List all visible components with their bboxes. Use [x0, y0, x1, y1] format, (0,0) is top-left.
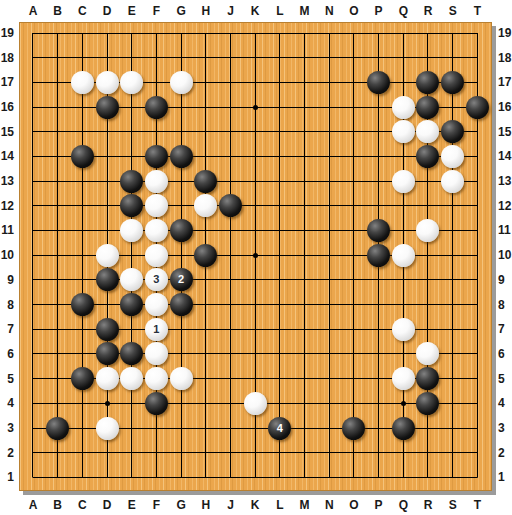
intersection-F11[interactable]: [144, 218, 169, 243]
intersection-T11[interactable]: [465, 218, 490, 243]
intersection-T19[interactable]: [465, 21, 490, 46]
intersection-N16[interactable]: [317, 95, 342, 120]
intersection-Q6[interactable]: [391, 342, 416, 367]
intersection-M5[interactable]: [292, 366, 317, 391]
intersection-O2[interactable]: [342, 440, 367, 465]
intersection-M14[interactable]: [292, 144, 317, 169]
intersection-A1[interactable]: [21, 465, 46, 490]
intersection-J5[interactable]: [218, 366, 243, 391]
intersection-N9[interactable]: [317, 268, 342, 293]
intersection-M19[interactable]: [292, 21, 317, 46]
intersection-S18[interactable]: [440, 45, 465, 70]
intersection-A14[interactable]: [21, 144, 46, 169]
intersection-G17[interactable]: [169, 70, 194, 95]
intersection-P3[interactable]: [366, 416, 391, 441]
intersection-R2[interactable]: [416, 440, 441, 465]
intersection-C6[interactable]: [70, 342, 95, 367]
intersection-D11[interactable]: [95, 218, 120, 243]
intersection-N6[interactable]: [317, 342, 342, 367]
intersection-N19[interactable]: [317, 21, 342, 46]
intersection-N5[interactable]: [317, 366, 342, 391]
intersection-E1[interactable]: [119, 465, 144, 490]
intersection-E6[interactable]: [119, 342, 144, 367]
intersection-S8[interactable]: [440, 292, 465, 317]
intersection-N14[interactable]: [317, 144, 342, 169]
intersection-B11[interactable]: [45, 218, 70, 243]
intersection-M2[interactable]: [292, 440, 317, 465]
intersection-J11[interactable]: [218, 218, 243, 243]
intersection-H15[interactable]: [193, 119, 218, 144]
intersection-K4[interactable]: [243, 391, 268, 416]
intersection-G3[interactable]: [169, 416, 194, 441]
intersection-G8[interactable]: [169, 292, 194, 317]
intersection-H19[interactable]: [193, 21, 218, 46]
intersection-M17[interactable]: [292, 70, 317, 95]
intersection-G7[interactable]: [169, 317, 194, 342]
intersection-B5[interactable]: [45, 366, 70, 391]
intersection-G5[interactable]: [169, 366, 194, 391]
intersection-E8[interactable]: [119, 292, 144, 317]
intersection-E10[interactable]: [119, 243, 144, 268]
intersection-F6[interactable]: [144, 342, 169, 367]
intersection-F10[interactable]: [144, 243, 169, 268]
intersection-G18[interactable]: [169, 45, 194, 70]
intersection-G14[interactable]: [169, 144, 194, 169]
intersection-N3[interactable]: [317, 416, 342, 441]
intersection-P10[interactable]: [366, 243, 391, 268]
intersection-H18[interactable]: [193, 45, 218, 70]
intersection-H3[interactable]: [193, 416, 218, 441]
intersection-B18[interactable]: [45, 45, 70, 70]
intersection-C11[interactable]: [70, 218, 95, 243]
intersection-L14[interactable]: [268, 144, 293, 169]
intersection-O9[interactable]: [342, 268, 367, 293]
intersection-L10[interactable]: [268, 243, 293, 268]
intersection-S4[interactable]: [440, 391, 465, 416]
intersection-T14[interactable]: [465, 144, 490, 169]
intersection-A6[interactable]: [21, 342, 46, 367]
intersection-K9[interactable]: [243, 268, 268, 293]
intersection-B7[interactable]: [45, 317, 70, 342]
intersection-J17[interactable]: [218, 70, 243, 95]
intersection-J16[interactable]: [218, 95, 243, 120]
intersection-M7[interactable]: [292, 317, 317, 342]
intersection-K6[interactable]: [243, 342, 268, 367]
intersection-C2[interactable]: [70, 440, 95, 465]
intersection-J7[interactable]: [218, 317, 243, 342]
intersection-B13[interactable]: [45, 169, 70, 194]
intersection-O7[interactable]: [342, 317, 367, 342]
intersection-B9[interactable]: [45, 268, 70, 293]
intersection-A5[interactable]: [21, 366, 46, 391]
intersection-G12[interactable]: [169, 193, 194, 218]
intersection-B14[interactable]: [45, 144, 70, 169]
intersection-K8[interactable]: [243, 292, 268, 317]
intersection-O17[interactable]: [342, 70, 367, 95]
intersection-T4[interactable]: [465, 391, 490, 416]
intersection-S19[interactable]: [440, 21, 465, 46]
intersection-F5[interactable]: [144, 366, 169, 391]
intersection-R14[interactable]: [416, 144, 441, 169]
intersection-M8[interactable]: [292, 292, 317, 317]
intersection-Q13[interactable]: [391, 169, 416, 194]
intersection-C18[interactable]: [70, 45, 95, 70]
intersection-M9[interactable]: [292, 268, 317, 293]
intersection-H4[interactable]: [193, 391, 218, 416]
intersection-G15[interactable]: [169, 119, 194, 144]
intersection-E9[interactable]: [119, 268, 144, 293]
intersection-D17[interactable]: [95, 70, 120, 95]
intersection-K13[interactable]: [243, 169, 268, 194]
intersection-O13[interactable]: [342, 169, 367, 194]
intersection-C3[interactable]: [70, 416, 95, 441]
intersection-D15[interactable]: [95, 119, 120, 144]
intersection-O14[interactable]: [342, 144, 367, 169]
intersection-P15[interactable]: [366, 119, 391, 144]
intersection-K2[interactable]: [243, 440, 268, 465]
intersection-D14[interactable]: [95, 144, 120, 169]
intersection-C16[interactable]: [70, 95, 95, 120]
intersection-T18[interactable]: [465, 45, 490, 70]
intersection-R6[interactable]: [416, 342, 441, 367]
intersection-J6[interactable]: [218, 342, 243, 367]
intersection-D2[interactable]: [95, 440, 120, 465]
intersection-T7[interactable]: [465, 317, 490, 342]
intersection-O18[interactable]: [342, 45, 367, 70]
intersection-B6[interactable]: [45, 342, 70, 367]
intersection-K12[interactable]: [243, 193, 268, 218]
intersection-R13[interactable]: [416, 169, 441, 194]
intersection-K10[interactable]: [243, 243, 268, 268]
intersection-C5[interactable]: [70, 366, 95, 391]
intersection-D12[interactable]: [95, 193, 120, 218]
intersection-B16[interactable]: [45, 95, 70, 120]
intersection-K7[interactable]: [243, 317, 268, 342]
intersection-G13[interactable]: [169, 169, 194, 194]
intersection-S7[interactable]: [440, 317, 465, 342]
intersection-C8[interactable]: [70, 292, 95, 317]
intersection-K1[interactable]: [243, 465, 268, 490]
intersection-J12[interactable]: [218, 193, 243, 218]
intersection-O1[interactable]: [342, 465, 367, 490]
intersection-T13[interactable]: [465, 169, 490, 194]
intersection-F1[interactable]: [144, 465, 169, 490]
intersection-A16[interactable]: [21, 95, 46, 120]
intersection-J13[interactable]: [218, 169, 243, 194]
intersection-N2[interactable]: [317, 440, 342, 465]
intersection-J4[interactable]: [218, 391, 243, 416]
intersection-E3[interactable]: [119, 416, 144, 441]
intersection-K16[interactable]: [243, 95, 268, 120]
intersection-M11[interactable]: [292, 218, 317, 243]
intersection-B2[interactable]: [45, 440, 70, 465]
intersection-E14[interactable]: [119, 144, 144, 169]
intersection-R19[interactable]: [416, 21, 441, 46]
intersection-Q3[interactable]: [391, 416, 416, 441]
intersection-S14[interactable]: [440, 144, 465, 169]
intersection-L17[interactable]: [268, 70, 293, 95]
intersection-H5[interactable]: [193, 366, 218, 391]
intersection-T9[interactable]: [465, 268, 490, 293]
intersection-S11[interactable]: [440, 218, 465, 243]
intersection-R15[interactable]: [416, 119, 441, 144]
intersection-L2[interactable]: [268, 440, 293, 465]
intersection-N15[interactable]: [317, 119, 342, 144]
intersection-T3[interactable]: [465, 416, 490, 441]
intersection-H13[interactable]: [193, 169, 218, 194]
intersection-E2[interactable]: [119, 440, 144, 465]
intersection-F9[interactable]: 3: [144, 268, 169, 293]
intersection-D3[interactable]: [95, 416, 120, 441]
intersection-N10[interactable]: [317, 243, 342, 268]
intersection-S16[interactable]: [440, 95, 465, 120]
intersection-J1[interactable]: [218, 465, 243, 490]
intersection-D4[interactable]: [95, 391, 120, 416]
intersection-N12[interactable]: [317, 193, 342, 218]
intersection-M16[interactable]: [292, 95, 317, 120]
intersection-H6[interactable]: [193, 342, 218, 367]
intersection-E11[interactable]: [119, 218, 144, 243]
intersection-L11[interactable]: [268, 218, 293, 243]
intersection-S10[interactable]: [440, 243, 465, 268]
intersection-S17[interactable]: [440, 70, 465, 95]
intersection-A3[interactable]: [21, 416, 46, 441]
intersection-P7[interactable]: [366, 317, 391, 342]
intersection-R7[interactable]: [416, 317, 441, 342]
intersection-Q4[interactable]: [391, 391, 416, 416]
intersection-P16[interactable]: [366, 95, 391, 120]
intersection-N17[interactable]: [317, 70, 342, 95]
intersection-A13[interactable]: [21, 169, 46, 194]
intersection-A2[interactable]: [21, 440, 46, 465]
intersection-R12[interactable]: [416, 193, 441, 218]
intersection-P6[interactable]: [366, 342, 391, 367]
intersection-T2[interactable]: [465, 440, 490, 465]
intersection-A8[interactable]: [21, 292, 46, 317]
intersection-J2[interactable]: [218, 440, 243, 465]
intersection-M10[interactable]: [292, 243, 317, 268]
intersection-H10[interactable]: [193, 243, 218, 268]
intersection-J3[interactable]: [218, 416, 243, 441]
intersection-N7[interactable]: [317, 317, 342, 342]
intersection-E15[interactable]: [119, 119, 144, 144]
intersection-O10[interactable]: [342, 243, 367, 268]
intersection-J15[interactable]: [218, 119, 243, 144]
intersection-O5[interactable]: [342, 366, 367, 391]
intersection-L4[interactable]: [268, 391, 293, 416]
intersection-F2[interactable]: [144, 440, 169, 465]
intersection-Q1[interactable]: [391, 465, 416, 490]
intersection-C17[interactable]: [70, 70, 95, 95]
intersection-Q11[interactable]: [391, 218, 416, 243]
intersection-B8[interactable]: [45, 292, 70, 317]
intersection-K17[interactable]: [243, 70, 268, 95]
intersection-R1[interactable]: [416, 465, 441, 490]
intersection-B4[interactable]: [45, 391, 70, 416]
intersection-S6[interactable]: [440, 342, 465, 367]
intersection-M3[interactable]: [292, 416, 317, 441]
intersection-P4[interactable]: [366, 391, 391, 416]
intersection-Q5[interactable]: [391, 366, 416, 391]
intersection-K3[interactable]: [243, 416, 268, 441]
intersection-Q18[interactable]: [391, 45, 416, 70]
intersection-L3[interactable]: 4: [268, 416, 293, 441]
intersection-N18[interactable]: [317, 45, 342, 70]
intersection-Q12[interactable]: [391, 193, 416, 218]
intersection-Q2[interactable]: [391, 440, 416, 465]
intersection-F18[interactable]: [144, 45, 169, 70]
intersection-Q9[interactable]: [391, 268, 416, 293]
intersection-E12[interactable]: [119, 193, 144, 218]
intersection-N13[interactable]: [317, 169, 342, 194]
intersection-B19[interactable]: [45, 21, 70, 46]
intersection-E5[interactable]: [119, 366, 144, 391]
intersection-K19[interactable]: [243, 21, 268, 46]
intersection-D10[interactable]: [95, 243, 120, 268]
intersection-N4[interactable]: [317, 391, 342, 416]
intersection-O6[interactable]: [342, 342, 367, 367]
intersection-A15[interactable]: [21, 119, 46, 144]
intersection-C10[interactable]: [70, 243, 95, 268]
intersection-T12[interactable]: [465, 193, 490, 218]
intersection-F17[interactable]: [144, 70, 169, 95]
intersection-Q15[interactable]: [391, 119, 416, 144]
intersection-R10[interactable]: [416, 243, 441, 268]
intersection-M6[interactable]: [292, 342, 317, 367]
intersection-T17[interactable]: [465, 70, 490, 95]
intersection-J8[interactable]: [218, 292, 243, 317]
intersection-R9[interactable]: [416, 268, 441, 293]
intersection-E18[interactable]: [119, 45, 144, 70]
intersection-A18[interactable]: [21, 45, 46, 70]
intersection-B12[interactable]: [45, 193, 70, 218]
intersection-R5[interactable]: [416, 366, 441, 391]
intersection-P5[interactable]: [366, 366, 391, 391]
intersection-C7[interactable]: [70, 317, 95, 342]
intersection-P11[interactable]: [366, 218, 391, 243]
intersection-R18[interactable]: [416, 45, 441, 70]
intersection-P19[interactable]: [366, 21, 391, 46]
intersection-Q17[interactable]: [391, 70, 416, 95]
intersection-L13[interactable]: [268, 169, 293, 194]
intersection-M1[interactable]: [292, 465, 317, 490]
intersection-L12[interactable]: [268, 193, 293, 218]
intersection-F15[interactable]: [144, 119, 169, 144]
intersection-G6[interactable]: [169, 342, 194, 367]
intersection-D18[interactable]: [95, 45, 120, 70]
intersection-C13[interactable]: [70, 169, 95, 194]
intersection-G16[interactable]: [169, 95, 194, 120]
intersection-F7[interactable]: 1: [144, 317, 169, 342]
intersection-S13[interactable]: [440, 169, 465, 194]
intersection-S2[interactable]: [440, 440, 465, 465]
intersection-H16[interactable]: [193, 95, 218, 120]
intersection-A17[interactable]: [21, 70, 46, 95]
intersection-S12[interactable]: [440, 193, 465, 218]
intersection-F8[interactable]: [144, 292, 169, 317]
intersection-A12[interactable]: [21, 193, 46, 218]
intersection-C14[interactable]: [70, 144, 95, 169]
intersection-M13[interactable]: [292, 169, 317, 194]
intersection-O16[interactable]: [342, 95, 367, 120]
intersection-L8[interactable]: [268, 292, 293, 317]
intersection-N8[interactable]: [317, 292, 342, 317]
intersection-O12[interactable]: [342, 193, 367, 218]
intersection-H12[interactable]: [193, 193, 218, 218]
intersection-E4[interactable]: [119, 391, 144, 416]
intersection-L15[interactable]: [268, 119, 293, 144]
intersection-R4[interactable]: [416, 391, 441, 416]
intersection-C9[interactable]: [70, 268, 95, 293]
intersection-L5[interactable]: [268, 366, 293, 391]
intersection-G10[interactable]: [169, 243, 194, 268]
intersection-A11[interactable]: [21, 218, 46, 243]
intersection-P9[interactable]: [366, 268, 391, 293]
intersection-H14[interactable]: [193, 144, 218, 169]
intersection-D5[interactable]: [95, 366, 120, 391]
intersection-E17[interactable]: [119, 70, 144, 95]
intersection-D6[interactable]: [95, 342, 120, 367]
intersection-E19[interactable]: [119, 21, 144, 46]
intersection-O3[interactable]: [342, 416, 367, 441]
intersection-B15[interactable]: [45, 119, 70, 144]
intersection-E16[interactable]: [119, 95, 144, 120]
intersection-L16[interactable]: [268, 95, 293, 120]
intersection-F16[interactable]: [144, 95, 169, 120]
intersection-S3[interactable]: [440, 416, 465, 441]
intersection-F19[interactable]: [144, 21, 169, 46]
intersection-T15[interactable]: [465, 119, 490, 144]
intersection-H1[interactable]: [193, 465, 218, 490]
intersection-E7[interactable]: [119, 317, 144, 342]
intersection-R17[interactable]: [416, 70, 441, 95]
intersection-H2[interactable]: [193, 440, 218, 465]
intersection-P17[interactable]: [366, 70, 391, 95]
intersection-L1[interactable]: [268, 465, 293, 490]
intersection-R16[interactable]: [416, 95, 441, 120]
intersection-P2[interactable]: [366, 440, 391, 465]
intersection-K14[interactable]: [243, 144, 268, 169]
intersection-R8[interactable]: [416, 292, 441, 317]
intersection-J19[interactable]: [218, 21, 243, 46]
intersection-O8[interactable]: [342, 292, 367, 317]
intersection-A10[interactable]: [21, 243, 46, 268]
intersection-P18[interactable]: [366, 45, 391, 70]
intersection-T8[interactable]: [465, 292, 490, 317]
intersection-S1[interactable]: [440, 465, 465, 490]
intersection-F12[interactable]: [144, 193, 169, 218]
intersection-F13[interactable]: [144, 169, 169, 194]
intersection-D7[interactable]: [95, 317, 120, 342]
intersection-K11[interactable]: [243, 218, 268, 243]
intersection-O4[interactable]: [342, 391, 367, 416]
intersection-D9[interactable]: [95, 268, 120, 293]
intersection-J9[interactable]: [218, 268, 243, 293]
intersection-P8[interactable]: [366, 292, 391, 317]
intersection-K15[interactable]: [243, 119, 268, 144]
intersection-M15[interactable]: [292, 119, 317, 144]
intersection-T1[interactable]: [465, 465, 490, 490]
intersection-D19[interactable]: [95, 21, 120, 46]
intersection-T16[interactable]: [465, 95, 490, 120]
intersection-P12[interactable]: [366, 193, 391, 218]
intersection-L6[interactable]: [268, 342, 293, 367]
intersection-Q16[interactable]: [391, 95, 416, 120]
intersection-F3[interactable]: [144, 416, 169, 441]
intersection-H11[interactable]: [193, 218, 218, 243]
intersection-G1[interactable]: [169, 465, 194, 490]
intersection-G11[interactable]: [169, 218, 194, 243]
